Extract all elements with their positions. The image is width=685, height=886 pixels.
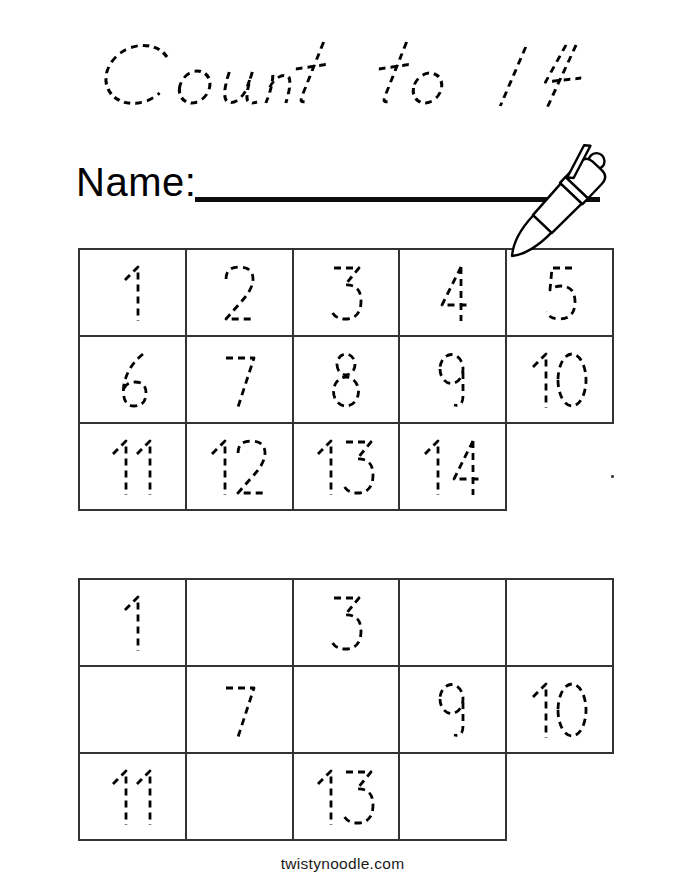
traced-number-1 bbox=[122, 263, 142, 323]
number-cell-14 bbox=[398, 422, 507, 511]
traced-number-3 bbox=[327, 593, 364, 653]
blank-cell[interactable] bbox=[185, 752, 294, 841]
grid-row bbox=[78, 422, 614, 511]
worksheet-title bbox=[0, 0, 685, 130]
number-cell-8 bbox=[292, 335, 401, 424]
title-letter-u bbox=[222, 72, 262, 103]
number-cell-2 bbox=[185, 248, 294, 337]
traced-number-4 bbox=[434, 263, 471, 323]
title-letter-t bbox=[290, 42, 334, 102]
name-line[interactable] bbox=[195, 197, 600, 202]
number-cell-9 bbox=[398, 335, 507, 424]
number-cell-7 bbox=[185, 665, 294, 754]
number-cell-10 bbox=[505, 665, 614, 754]
number-cell-11 bbox=[78, 422, 187, 511]
footer-site-text: twistynoodle.com bbox=[0, 855, 685, 873]
number-cell-1 bbox=[78, 578, 187, 667]
number-cell-1 bbox=[78, 248, 187, 337]
number-cell-4 bbox=[398, 248, 507, 337]
traced-number-11 bbox=[110, 437, 154, 497]
blank-cell[interactable] bbox=[505, 578, 614, 667]
blank-cell[interactable] bbox=[78, 665, 187, 754]
blank-cell[interactable] bbox=[398, 578, 507, 667]
traced-number-9 bbox=[435, 350, 471, 410]
traced-number-9 bbox=[435, 680, 471, 740]
traced-number-11 bbox=[110, 767, 154, 827]
blank-cell[interactable] bbox=[398, 752, 507, 841]
number-cell-6 bbox=[78, 335, 187, 424]
grid-row bbox=[78, 335, 614, 424]
title-digit-4 bbox=[541, 45, 587, 108]
traced-number-3 bbox=[327, 263, 364, 323]
number-cell-3 bbox=[292, 248, 401, 337]
traced-number-8 bbox=[328, 350, 364, 410]
traced-number-13 bbox=[315, 767, 376, 827]
number-cell-13 bbox=[292, 422, 401, 511]
traced-number-2 bbox=[221, 263, 258, 323]
traced-number-10 bbox=[530, 680, 590, 740]
pen-clip bbox=[560, 142, 598, 181]
pen-cap bbox=[565, 155, 608, 198]
traced-number-7 bbox=[221, 350, 257, 410]
worksheet-page: Count to 14 Name: bbox=[0, 0, 685, 886]
title-letter-o2 bbox=[411, 73, 444, 103]
number-cell-3 bbox=[292, 578, 401, 667]
number-cell-7 bbox=[185, 335, 294, 424]
number-cell-9 bbox=[398, 665, 507, 754]
number-cell-10 bbox=[505, 335, 614, 424]
grid-row bbox=[78, 578, 614, 667]
title-letter-C bbox=[101, 45, 169, 103]
traced-number-12 bbox=[209, 437, 270, 497]
traced-number-14 bbox=[422, 437, 483, 497]
number-cell-5 bbox=[505, 248, 614, 337]
pen-cap-knob bbox=[585, 150, 608, 173]
grid-row bbox=[78, 248, 614, 337]
title-digit-1 bbox=[500, 47, 525, 106]
number-cell-12 bbox=[185, 422, 294, 511]
number-cell-11 bbox=[78, 752, 187, 841]
traced-number-5 bbox=[541, 263, 578, 323]
number-cell-13 bbox=[292, 752, 401, 841]
title-letter-o bbox=[177, 71, 213, 103]
traced-number-13 bbox=[315, 437, 376, 497]
name-label: Name: bbox=[76, 160, 196, 205]
blank-cell[interactable] bbox=[185, 578, 294, 667]
traced-number-10 bbox=[530, 350, 590, 410]
traced-number-7 bbox=[221, 680, 257, 740]
pen-body bbox=[532, 184, 582, 234]
grid-row bbox=[78, 752, 614, 841]
title-letter-n bbox=[266, 75, 292, 103]
traced-number-6 bbox=[114, 350, 150, 410]
tracing-grid-fill-in bbox=[78, 578, 614, 841]
traced-number-1 bbox=[122, 593, 142, 653]
grid-row bbox=[78, 665, 614, 754]
title-letter-t2 bbox=[373, 42, 417, 102]
blank-cell[interactable] bbox=[292, 665, 401, 754]
tracing-grid-full bbox=[78, 248, 614, 511]
